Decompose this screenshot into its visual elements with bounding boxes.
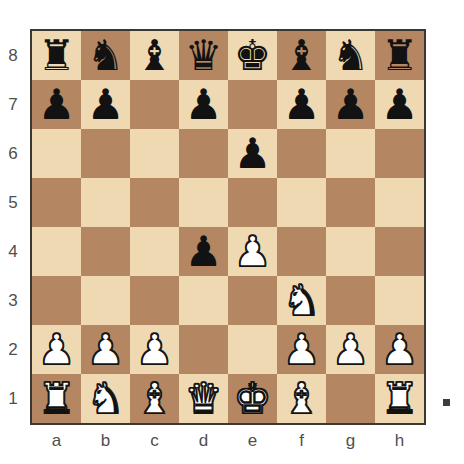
square-h8[interactable]: ♜	[375, 31, 424, 80]
square-h7[interactable]: ♟	[375, 80, 424, 129]
square-b4[interactable]	[81, 227, 130, 276]
piece-white-pawn[interactable]: ♟	[81, 325, 130, 374]
square-d1[interactable]: ♛	[179, 374, 228, 423]
square-c6[interactable]	[130, 129, 179, 178]
file-label-g: g	[326, 430, 375, 452]
square-f6[interactable]	[277, 129, 326, 178]
chess-diagram: 87654321 ♜♞♝♛♚♝♞♜♟♟♟♟♟♟♟♟♟♞♟♟♟♟♟♟♜♞♝♛♚♝♜…	[0, 0, 464, 464]
piece-black-rook[interactable]: ♜	[32, 31, 81, 80]
file-label-f: f	[277, 430, 326, 452]
rank-label-7: 7	[0, 80, 26, 129]
square-e8[interactable]: ♚	[228, 31, 277, 80]
square-a1[interactable]: ♜	[32, 374, 81, 423]
square-c8[interactable]: ♝	[130, 31, 179, 80]
piece-white-king[interactable]: ♚	[228, 374, 277, 423]
square-d5[interactable]	[179, 178, 228, 227]
piece-black-pawn[interactable]: ♟	[179, 80, 228, 129]
square-a7[interactable]: ♟	[32, 80, 81, 129]
square-a3[interactable]	[32, 276, 81, 325]
piece-white-pawn[interactable]: ♟	[277, 325, 326, 374]
piece-white-rook[interactable]: ♜	[375, 374, 424, 423]
file-label-b: b	[81, 430, 130, 452]
piece-black-pawn[interactable]: ♟	[277, 80, 326, 129]
piece-black-king[interactable]: ♚	[228, 31, 277, 80]
piece-white-pawn[interactable]: ♟	[326, 325, 375, 374]
piece-black-rook[interactable]: ♜	[375, 31, 424, 80]
rank-label-2: 2	[0, 325, 26, 374]
square-g7[interactable]: ♟	[326, 80, 375, 129]
square-a2[interactable]: ♟	[32, 325, 81, 374]
square-a4[interactable]	[32, 227, 81, 276]
square-b2[interactable]: ♟	[81, 325, 130, 374]
rank-label-6: 6	[0, 129, 26, 178]
square-d4[interactable]: ♟	[179, 227, 228, 276]
square-g5[interactable]	[326, 178, 375, 227]
file-labels: abcdefgh	[32, 430, 424, 452]
square-f1[interactable]: ♝	[277, 374, 326, 423]
square-g6[interactable]	[326, 129, 375, 178]
square-c1[interactable]: ♝	[130, 374, 179, 423]
rank-label-3: 3	[0, 276, 26, 325]
piece-black-pawn[interactable]: ♟	[326, 80, 375, 129]
square-b8[interactable]: ♞	[81, 31, 130, 80]
square-f4[interactable]	[277, 227, 326, 276]
square-e2[interactable]	[228, 325, 277, 374]
piece-black-bishop[interactable]: ♝	[277, 31, 326, 80]
square-e1[interactable]: ♚	[228, 374, 277, 423]
square-e5[interactable]	[228, 178, 277, 227]
square-c5[interactable]	[130, 178, 179, 227]
piece-black-pawn[interactable]: ♟	[32, 80, 81, 129]
square-a6[interactable]	[32, 129, 81, 178]
piece-white-queen[interactable]: ♛	[179, 374, 228, 423]
square-h4[interactable]	[375, 227, 424, 276]
piece-white-knight[interactable]: ♞	[81, 374, 130, 423]
square-d3[interactable]	[179, 276, 228, 325]
square-h5[interactable]	[375, 178, 424, 227]
square-h6[interactable]	[375, 129, 424, 178]
turn-indicator	[443, 399, 450, 406]
file-label-h: h	[375, 430, 424, 452]
square-f5[interactable]	[277, 178, 326, 227]
square-b1[interactable]: ♞	[81, 374, 130, 423]
square-d7[interactable]: ♟	[179, 80, 228, 129]
square-b7[interactable]: ♟	[81, 80, 130, 129]
rank-label-5: 5	[0, 178, 26, 227]
file-label-e: e	[228, 430, 277, 452]
square-a8[interactable]: ♜	[32, 31, 81, 80]
square-c4[interactable]	[130, 227, 179, 276]
rank-labels: 87654321	[0, 31, 26, 423]
square-g8[interactable]: ♞	[326, 31, 375, 80]
piece-white-bishop[interactable]: ♝	[277, 374, 326, 423]
file-label-d: d	[179, 430, 228, 452]
piece-black-queen[interactable]: ♛	[179, 31, 228, 80]
square-d6[interactable]	[179, 129, 228, 178]
square-g3[interactable]	[326, 276, 375, 325]
board-frame: ♜♞♝♛♚♝♞♜♟♟♟♟♟♟♟♟♟♞♟♟♟♟♟♟♜♞♝♛♚♝♜	[30, 29, 426, 425]
square-h1[interactable]: ♜	[375, 374, 424, 423]
square-d2[interactable]	[179, 325, 228, 374]
square-f8[interactable]: ♝	[277, 31, 326, 80]
square-c3[interactable]	[130, 276, 179, 325]
piece-white-rook[interactable]: ♜	[32, 374, 81, 423]
square-c2[interactable]: ♟	[130, 325, 179, 374]
piece-black-knight[interactable]: ♞	[326, 31, 375, 80]
square-h2[interactable]: ♟	[375, 325, 424, 374]
square-f3[interactable]: ♞	[277, 276, 326, 325]
piece-white-knight[interactable]: ♞	[277, 276, 326, 325]
square-b3[interactable]	[81, 276, 130, 325]
rank-label-8: 8	[0, 31, 26, 80]
square-f7[interactable]: ♟	[277, 80, 326, 129]
file-label-c: c	[130, 430, 179, 452]
piece-black-pawn[interactable]: ♟	[228, 129, 277, 178]
square-c7[interactable]	[130, 80, 179, 129]
square-g2[interactable]: ♟	[326, 325, 375, 374]
square-e4[interactable]: ♟	[228, 227, 277, 276]
piece-white-pawn[interactable]: ♟	[130, 325, 179, 374]
piece-black-pawn[interactable]: ♟	[81, 80, 130, 129]
piece-white-pawn[interactable]: ♟	[228, 227, 277, 276]
square-g4[interactable]	[326, 227, 375, 276]
piece-black-pawn[interactable]: ♟	[375, 80, 424, 129]
square-a5[interactable]	[32, 178, 81, 227]
square-e7[interactable]	[228, 80, 277, 129]
square-b5[interactable]	[81, 178, 130, 227]
rank-label-4: 4	[0, 227, 26, 276]
piece-black-pawn[interactable]: ♟	[179, 227, 228, 276]
square-e6[interactable]: ♟	[228, 129, 277, 178]
rank-label-1: 1	[0, 374, 26, 423]
piece-white-pawn[interactable]: ♟	[375, 325, 424, 374]
square-d8[interactable]: ♛	[179, 31, 228, 80]
square-h3[interactable]	[375, 276, 424, 325]
square-e3[interactable]	[228, 276, 277, 325]
square-g1[interactable]	[326, 374, 375, 423]
square-b6[interactable]	[81, 129, 130, 178]
square-f2[interactable]: ♟	[277, 325, 326, 374]
piece-white-pawn[interactable]: ♟	[32, 325, 81, 374]
piece-white-bishop[interactable]: ♝	[130, 374, 179, 423]
file-label-a: a	[32, 430, 81, 452]
piece-black-knight[interactable]: ♞	[81, 31, 130, 80]
chess-board: ♜♞♝♛♚♝♞♜♟♟♟♟♟♟♟♟♟♞♟♟♟♟♟♟♜♞♝♛♚♝♜	[32, 31, 424, 423]
piece-black-bishop[interactable]: ♝	[130, 31, 179, 80]
